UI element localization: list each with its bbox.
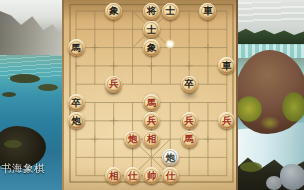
piece-black-chariot[interactable]: 車 — [199, 3, 216, 20]
piece-red-cannon[interactable]: 炮 — [124, 131, 141, 148]
piece-black-advisor[interactable]: 士 — [143, 21, 160, 38]
right-scenery-photo — [238, 0, 304, 190]
moss-patch — [260, 116, 280, 130]
xiangqi-board[interactable]: 象将士車士馬象車兵卒卒馬炮兵兵兵炮相馬炮相仕帅仕 — [62, 0, 238, 190]
piece-black-general[interactable]: 将 — [143, 3, 160, 20]
xiangqi-app-screen: 象将士車士馬象車兵卒卒馬炮兵兵兵炮相馬炮相仕帅仕 书海象棋 — [0, 0, 304, 190]
cloudy-sky — [238, 2, 304, 22]
piece-black-elephant[interactable]: 象 — [143, 39, 160, 56]
board-frame-left — [62, 0, 64, 190]
piece-red-horse[interactable]: 馬 — [143, 94, 160, 111]
piece-red-horse[interactable]: 馬 — [181, 131, 198, 148]
watermark-text: 书海象棋 — [1, 162, 45, 176]
island-moss — [4, 140, 22, 148]
island — [2, 92, 16, 97]
piece-black-advisor[interactable]: 士 — [162, 3, 179, 20]
island — [10, 74, 40, 83]
piece-red-cannon[interactable]: 炮 — [162, 149, 179, 166]
piece-black-horse[interactable]: 馬 — [68, 39, 85, 56]
island — [38, 84, 58, 91]
piece-red-advisor[interactable]: 仕 — [162, 167, 179, 184]
gray-boulder — [266, 176, 282, 190]
treeline — [238, 27, 304, 45]
piece-black-cannon[interactable]: 炮 — [68, 112, 85, 129]
moss-patch — [282, 92, 304, 122]
piece-black-soldier[interactable]: 卒 — [68, 94, 85, 111]
piece-red-general[interactable]: 帅 — [143, 167, 160, 184]
piece-red-elephant[interactable]: 相 — [143, 131, 160, 148]
piece-red-soldier[interactable]: 兵 — [105, 76, 122, 93]
piece-black-soldier[interactable]: 卒 — [181, 76, 198, 93]
piece-red-soldier[interactable]: 兵 — [181, 112, 198, 129]
mountain-scenery — [0, 11, 62, 55]
gray-boulder — [280, 164, 304, 190]
piece-black-elephant[interactable]: 象 — [105, 3, 122, 20]
moss-patch — [240, 162, 262, 172]
